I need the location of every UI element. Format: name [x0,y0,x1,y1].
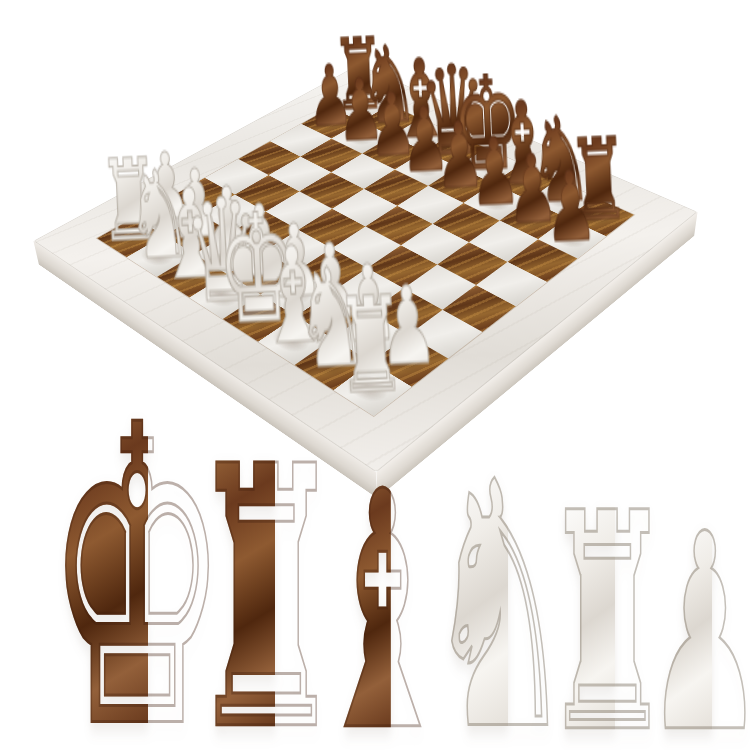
gallery-piece-brown-king: ♚ [46,414,148,744]
product-photo: ♜♞♝♛♚♝♞♜♟♟♟♟♟♟♟♟♟♟♟♟♟♟♟♟♜♞♝♛♚♝♞♜ ♚♜♝♞♜♟ [0,0,750,750]
gallery-piece-brown-rook: ♜ [186,456,275,744]
gallery-piece-white-rook: ♜ [541,504,615,744]
gallery-piece-white-knight: ♞ [425,473,509,744]
square-h7: ♟ [538,218,607,259]
piece-gallery: ♚♜♝♞♜♟ [0,430,750,750]
gallery-piece-white-pawn: ♟ [645,527,712,744]
gallery-piece-brown-bishop: ♝ [310,482,391,744]
